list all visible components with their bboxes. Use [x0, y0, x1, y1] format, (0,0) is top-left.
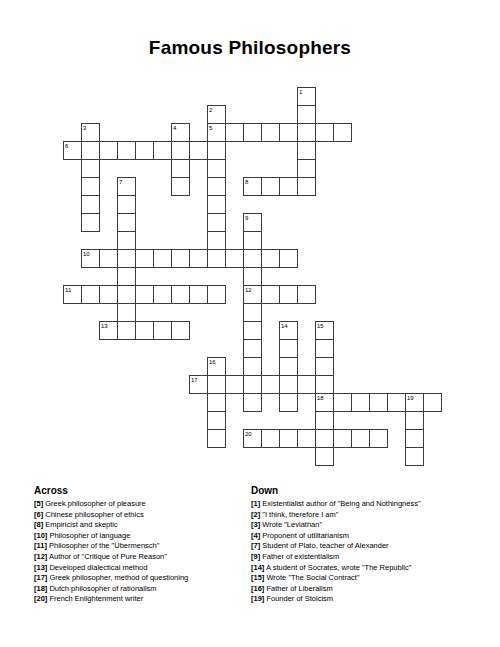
grid-cell-r12c3[interactable] — [117, 303, 136, 322]
grid-cell-r11c0[interactable]: 11 — [63, 285, 82, 304]
grid-cell-r3c0[interactable]: 6 — [63, 141, 82, 160]
grid-cell-r15c8[interactable]: 16 — [207, 357, 226, 376]
cell-number-9: 9 — [245, 214, 248, 222]
grid-cell-r18c14[interactable] — [315, 411, 334, 430]
grid-cell-r10c3[interactable] — [117, 267, 136, 286]
down-clue-number-1: [1] — [251, 499, 260, 508]
grid-cell-r18c19[interactable] — [405, 411, 424, 430]
down-clue-14: [14] A student of Socrates, wrote "The R… — [251, 563, 421, 574]
grid-cell-r2c12[interactable] — [279, 123, 298, 142]
grid-cell-r16c14[interactable] — [315, 375, 334, 394]
grid-cell-r7c10[interactable]: 9 — [243, 213, 262, 232]
across-clue-12: [12] Author of "Critique of Pure Reason" — [34, 552, 188, 563]
grid-cell-r17c20[interactable] — [423, 393, 442, 412]
grid-cell-r2c10[interactable] — [243, 123, 262, 142]
puzzle-title: Famous Philosophers — [0, 37, 500, 59]
across-clue-11: [11] Philosopher of the "Übermensch" — [34, 541, 188, 552]
cell-number-11: 11 — [65, 286, 71, 294]
grid-cell-r16c13[interactable] — [297, 375, 316, 394]
grid-cell-r3c7[interactable] — [189, 141, 208, 160]
grid-cell-r19c12[interactable] — [279, 429, 298, 448]
down-clues-section: Down [1] Existentialist author of "Being… — [251, 485, 421, 605]
grid-cell-r11c6[interactable] — [171, 285, 190, 304]
grid-cell-r5c6[interactable] — [171, 177, 190, 196]
down-clue-1: [1] Existentialist author of "Being and … — [251, 499, 421, 510]
grid-cell-r11c1[interactable] — [81, 285, 100, 304]
down-clue-list: [1] Existentialist author of "Being and … — [251, 499, 421, 605]
across-clues-section: Across [5] Greek philosopher of pleasure… — [34, 485, 188, 605]
cell-number-13: 13 — [101, 322, 108, 330]
across-header: Across — [34, 485, 188, 496]
across-clue-number-5: [5] — [34, 499, 43, 508]
cell-number-2: 2 — [209, 106, 212, 114]
grid-cell-r17c14[interactable]: 18 — [315, 393, 334, 412]
across-clue-number-18: [18] — [34, 584, 47, 593]
grid-cell-r11c12[interactable] — [279, 285, 298, 304]
grid-cell-r3c13[interactable] — [297, 141, 316, 160]
grid-cell-r17c8[interactable] — [207, 393, 226, 412]
down-clue-7: [7] Student of Plato, teacher of Alexand… — [251, 541, 421, 552]
across-clue-number-17: [17] — [34, 573, 47, 582]
cell-number-16: 16 — [209, 358, 216, 366]
grid-cell-r9c1[interactable]: 10 — [81, 249, 100, 268]
grid-cell-r11c10[interactable]: 12 — [243, 285, 262, 304]
cell-number-5: 5 — [209, 124, 212, 132]
grid-cell-r2c13[interactable] — [297, 123, 316, 142]
across-clue-10: [10] Philosopher of language — [34, 531, 188, 542]
across-clue-17: [17] Greek philosopher, method of questi… — [34, 573, 188, 584]
grid-cell-r13c10[interactable] — [243, 321, 262, 340]
grid-cell-r9c12[interactable] — [279, 249, 298, 268]
grid-cell-r11c13[interactable] — [297, 285, 316, 304]
cell-number-10: 10 — [83, 250, 90, 258]
grid-cell-r3c4[interactable] — [135, 141, 154, 160]
cell-number-1: 1 — [299, 88, 302, 96]
cell-number-18: 18 — [317, 394, 324, 402]
grid-cell-r19c10[interactable]: 20 — [243, 429, 262, 448]
grid-cell-r19c13[interactable] — [297, 429, 316, 448]
down-clue-number-15: [15] — [251, 573, 264, 582]
grid-cell-r17c12[interactable] — [279, 393, 298, 412]
down-clue-2: [2] "I think, therefore I am" — [251, 510, 421, 521]
grid-cell-r10c10[interactable] — [243, 267, 262, 286]
grid-cell-r5c11[interactable] — [261, 177, 280, 196]
grid-cell-r4c13[interactable] — [297, 159, 316, 178]
across-clue-8: [8] Empiricist and skeptic — [34, 520, 188, 531]
grid-cell-r14c14[interactable] — [315, 339, 334, 358]
across-clue-number-10: [10] — [34, 531, 47, 540]
grid-cell-r0c13[interactable]: 1 — [297, 87, 316, 106]
down-clue-number-2: [2] — [251, 510, 260, 519]
grid-cell-r2c11[interactable] — [261, 123, 280, 142]
grid-cell-r8c8[interactable] — [207, 231, 226, 250]
grid-cell-r1c13[interactable] — [297, 105, 316, 124]
grid-cell-r8c10[interactable] — [243, 231, 262, 250]
grid-cell-r11c5[interactable] — [153, 285, 172, 304]
down-header: Down — [251, 485, 421, 496]
grid-cell-r7c1[interactable] — [81, 213, 100, 232]
grid-cell-r11c3[interactable] — [117, 285, 136, 304]
grid-cell-r2c15[interactable] — [333, 123, 352, 142]
across-clue-number-11: [11] — [34, 541, 47, 550]
grid-cell-r3c3[interactable] — [117, 141, 136, 160]
grid-cell-r18c8[interactable] — [207, 411, 226, 430]
grid-cell-r17c17[interactable] — [369, 393, 388, 412]
grid-cell-r15c10[interactable] — [243, 357, 262, 376]
grid-cell-r19c19[interactable] — [405, 429, 424, 448]
across-clue-13: [13] Developed dialectical method — [34, 563, 188, 574]
grid-cell-r19c17[interactable] — [369, 429, 388, 448]
down-clue-number-4: [4] — [251, 531, 260, 540]
grid-cell-r3c8[interactable] — [207, 141, 226, 160]
cell-number-19: 19 — [407, 394, 414, 402]
grid-cell-r2c6[interactable]: 4 — [171, 123, 190, 142]
grid-cell-r9c2[interactable] — [99, 249, 118, 268]
cell-number-14: 14 — [281, 322, 288, 330]
grid-cell-r1c8[interactable]: 2 — [207, 105, 226, 124]
down-clue-number-3: [3] — [251, 520, 260, 529]
grid-cell-r15c14[interactable] — [315, 357, 334, 376]
grid-cell-r2c9[interactable] — [225, 123, 244, 142]
grid-cell-r5c12[interactable] — [279, 177, 298, 196]
grid-cell-r4c8[interactable] — [207, 159, 226, 178]
grid-cell-r7c8[interactable] — [207, 213, 226, 232]
grid-cell-r13c3[interactable] — [117, 321, 136, 340]
across-clue-20: [20] French Enlightenment writer — [34, 594, 188, 605]
grid-cell-r11c8[interactable] — [207, 285, 226, 304]
down-clue-number-16: [16] — [251, 584, 264, 593]
grid-cell-r12c10[interactable] — [243, 303, 262, 322]
grid-cell-r13c5[interactable] — [153, 321, 172, 340]
grid-cell-r15c12[interactable] — [279, 357, 298, 376]
grid-cell-r5c3[interactable]: 7 — [117, 177, 136, 196]
across-clue-number-20: [20] — [34, 594, 47, 603]
grid-cell-r16c7[interactable]: 17 — [189, 375, 208, 394]
grid-cell-r4c6[interactable] — [171, 159, 190, 178]
grid-cell-r20c19[interactable] — [405, 447, 424, 466]
down-clue-3: [3] Wrote "Leviathan" — [251, 520, 421, 531]
grid-cell-r5c13[interactable] — [297, 177, 316, 196]
grid-cell-r9c10[interactable] — [243, 249, 262, 268]
grid-cell-r19c11[interactable] — [261, 429, 280, 448]
down-clue-number-19: [19] — [251, 594, 264, 603]
cell-number-7: 7 — [119, 178, 122, 186]
grid-cell-r9c7[interactable] — [189, 249, 208, 268]
cell-number-12: 12 — [245, 286, 252, 294]
grid-cell-r13c6[interactable] — [171, 321, 190, 340]
grid-cell-r17c18[interactable] — [387, 393, 406, 412]
across-clue-number-12: [12] — [34, 552, 47, 561]
grid-cell-r13c2[interactable]: 13 — [99, 321, 118, 340]
grid-cell-r19c14[interactable] — [315, 429, 334, 448]
grid-cell-r9c8[interactable] — [207, 249, 226, 268]
down-clue-16: [16] Father of Liberalism — [251, 584, 421, 595]
grid-cell-r20c14[interactable] — [315, 447, 334, 466]
grid-cell-r13c12[interactable]: 14 — [279, 321, 298, 340]
grid-cell-r11c2[interactable] — [99, 285, 118, 304]
grid-cell-r14c10[interactable] — [243, 339, 262, 358]
cell-number-20: 20 — [245, 430, 252, 438]
grid-cell-r5c8[interactable] — [207, 177, 226, 196]
grid-cell-r5c10[interactable]: 8 — [243, 177, 262, 196]
grid-cell-r11c11[interactable] — [261, 285, 280, 304]
grid-cell-r14c12[interactable] — [279, 339, 298, 358]
cell-number-15: 15 — [317, 322, 324, 330]
grid-cell-r13c14[interactable]: 15 — [315, 321, 334, 340]
across-clue-number-13: [13] — [34, 563, 47, 572]
grid-cell-r9c6[interactable] — [171, 249, 190, 268]
grid-cell-r9c5[interactable] — [153, 249, 172, 268]
cell-number-6: 6 — [65, 142, 68, 150]
grid-cell-r2c1[interactable]: 3 — [81, 123, 100, 142]
grid-cell-r19c15[interactable] — [333, 429, 352, 448]
grid-cell-r17c16[interactable] — [351, 393, 370, 412]
down-clue-number-7: [7] — [251, 541, 260, 550]
grid-cell-r6c3[interactable] — [117, 195, 136, 214]
grid-cell-r7c3[interactable] — [117, 213, 136, 232]
cell-number-4: 4 — [173, 124, 176, 132]
grid-cell-r17c10[interactable] — [243, 393, 262, 412]
grid-cell-r16c9[interactable] — [225, 375, 244, 394]
grid-cell-r3c6[interactable] — [171, 141, 190, 160]
grid-cell-r3c2[interactable] — [99, 141, 118, 160]
grid-cell-r8c3[interactable] — [117, 231, 136, 250]
grid-cell-r16c11[interactable] — [261, 375, 280, 394]
grid-cell-r3c5[interactable] — [153, 141, 172, 160]
grid-cell-r16c12[interactable] — [279, 375, 298, 394]
cell-number-3: 3 — [83, 124, 86, 132]
across-clue-18: [18] Dutch philosopher of rationalism — [34, 584, 188, 595]
down-clue-15: [15] Wrote "The Social Contract" — [251, 573, 421, 584]
down-clue-9: [9] Father of existentialism — [251, 552, 421, 563]
across-clue-list: [5] Greek philosopher of pleasure[6] Chi… — [34, 499, 188, 605]
grid-cell-r3c1[interactable] — [81, 141, 100, 160]
grid-cell-r6c8[interactable] — [207, 195, 226, 214]
grid-cell-r2c8[interactable]: 5 — [207, 123, 226, 142]
down-clue-4: [4] Proponent of utilitarianism — [251, 531, 421, 542]
grid-cell-r11c7[interactable] — [189, 285, 208, 304]
cell-number-17: 17 — [191, 376, 198, 384]
grid-cell-r19c8[interactable] — [207, 429, 226, 448]
grid-cell-r9c3[interactable] — [117, 249, 136, 268]
down-clue-number-14: [14] — [251, 563, 264, 572]
grid-cell-r17c19[interactable]: 19 — [405, 393, 424, 412]
grid-cell-r13c4[interactable] — [135, 321, 154, 340]
across-clue-number-6: [6] — [34, 510, 43, 519]
grid-cell-r2c14[interactable] — [315, 123, 334, 142]
crossword-grid: 1234567891011121314151617181920 — [63, 87, 442, 466]
grid-cell-r11c4[interactable] — [135, 285, 154, 304]
grid-cell-r9c9[interactable] — [225, 249, 244, 268]
grid-cell-r19c16[interactable] — [351, 429, 370, 448]
grid-cell-r9c11[interactable] — [261, 249, 280, 268]
across-clue-number-8: [8] — [34, 520, 43, 529]
grid-cell-r5c1[interactable] — [81, 177, 100, 196]
cell-number-8: 8 — [245, 178, 248, 186]
grid-cell-r17c15[interactable] — [333, 393, 352, 412]
across-clue-5: [5] Greek philosopher of pleasure — [34, 499, 188, 510]
grid-cell-r16c10[interactable] — [243, 375, 262, 394]
down-clue-19: [19] Founder of Stoicism — [251, 594, 421, 605]
grid-cell-r9c4[interactable] — [135, 249, 154, 268]
grid-cell-r4c1[interactable] — [81, 159, 100, 178]
grid-cell-r16c8[interactable] — [207, 375, 226, 394]
grid-cell-r6c1[interactable] — [81, 195, 100, 214]
down-clue-number-9: [9] — [251, 552, 260, 561]
across-clue-6: [6] Chinese philosopher of ethics — [34, 510, 188, 521]
